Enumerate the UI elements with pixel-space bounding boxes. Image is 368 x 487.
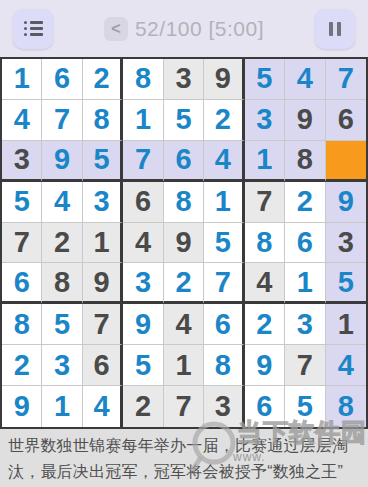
cell-r5c7[interactable]: 8 <box>245 223 285 264</box>
cell-r7c9[interactable]: 1 <box>326 304 366 345</box>
cell-r8c6[interactable]: 8 <box>204 345 244 386</box>
cell-r3c7[interactable]: 1 <box>245 141 285 182</box>
watermark-www-prefix: www. <box>233 450 266 464</box>
cell-r4c7[interactable]: 7 <box>245 182 285 223</box>
cell-r8c3[interactable]: 6 <box>83 345 123 386</box>
cell-r6c2[interactable]: 8 <box>42 263 82 304</box>
cell-r7c4[interactable]: 9 <box>123 304 163 345</box>
cell-r1c6[interactable]: 9 <box>204 59 244 100</box>
cell-r6c6[interactable]: 7 <box>204 263 244 304</box>
menu-button[interactable] <box>13 9 53 49</box>
cell-r3c1[interactable]: 3 <box>2 141 42 182</box>
cell-r8c1[interactable]: 2 <box>2 345 42 386</box>
cell-r9c1[interactable]: 9 <box>2 386 42 427</box>
cell-r1c4[interactable]: 8 <box>123 59 163 100</box>
cell-r4c6[interactable]: 1 <box>204 182 244 223</box>
watermark-site-name: 当下软件园 <box>237 416 367 449</box>
cell-r3c5[interactable]: 6 <box>164 141 204 182</box>
pause-button[interactable] <box>315 9 355 49</box>
cell-r5c1[interactable]: 7 <box>2 223 42 264</box>
cell-r9c4[interactable]: 2 <box>123 386 163 427</box>
sudoku-board: 1628395474781523963957641854368172972149… <box>0 57 368 429</box>
cell-r6c5[interactable]: 2 <box>164 263 204 304</box>
cell-r8c9[interactable]: 4 <box>326 345 366 386</box>
cell-r4c5[interactable]: 8 <box>164 182 204 223</box>
cell-r3c3[interactable]: 5 <box>83 141 123 182</box>
cell-r3c2[interactable]: 9 <box>42 141 82 182</box>
cell-r2c9[interactable]: 6 <box>326 100 366 141</box>
cell-r5c6[interactable]: 5 <box>204 223 244 264</box>
cell-r5c2[interactable]: 2 <box>42 223 82 264</box>
list-icon <box>24 21 43 36</box>
cell-r2c2[interactable]: 7 <box>42 100 82 141</box>
cell-r1c2[interactable]: 6 <box>42 59 82 100</box>
cell-r1c1[interactable]: 1 <box>2 59 42 100</box>
cell-r6c3[interactable]: 9 <box>83 263 123 304</box>
title-group: < 52/100 [5:00] <box>104 17 264 41</box>
cell-r9c2[interactable]: 1 <box>42 386 82 427</box>
cell-r5c4[interactable]: 4 <box>123 223 163 264</box>
cell-r5c5[interactable]: 9 <box>164 223 204 264</box>
cell-r4c4[interactable]: 6 <box>123 182 163 223</box>
cell-r7c2[interactable]: 5 <box>42 304 82 345</box>
cell-r4c1[interactable]: 5 <box>2 182 42 223</box>
cell-r5c3[interactable]: 1 <box>83 223 123 264</box>
cell-r1c9[interactable]: 7 <box>326 59 366 100</box>
back-button[interactable]: < <box>104 17 128 41</box>
cell-r3c6[interactable]: 4 <box>204 141 244 182</box>
cell-r6c1[interactable]: 6 <box>2 263 42 304</box>
cell-r6c7[interactable]: 4 <box>245 263 285 304</box>
cell-r7c6[interactable]: 6 <box>204 304 244 345</box>
magnifier-logo-icon <box>187 420 241 476</box>
cell-r2c1[interactable]: 4 <box>2 100 42 141</box>
watermark: 当下软件园 www. <box>185 412 368 482</box>
cell-r1c3[interactable]: 2 <box>83 59 123 100</box>
cell-r3c9[interactable] <box>326 141 366 182</box>
cell-r8c5[interactable]: 1 <box>164 345 204 386</box>
cell-r2c4[interactable]: 1 <box>123 100 163 141</box>
cell-r8c8[interactable]: 7 <box>285 345 325 386</box>
cell-r2c6[interactable]: 2 <box>204 100 244 141</box>
cell-r7c5[interactable]: 4 <box>164 304 204 345</box>
cell-r1c5[interactable]: 3 <box>164 59 204 100</box>
cell-r8c4[interactable]: 5 <box>123 345 163 386</box>
cell-r7c1[interactable]: 8 <box>2 304 42 345</box>
cell-r2c7[interactable]: 3 <box>245 100 285 141</box>
cell-r2c5[interactable]: 5 <box>164 100 204 141</box>
cell-r1c8[interactable]: 4 <box>285 59 325 100</box>
cell-r2c8[interactable]: 9 <box>285 100 325 141</box>
cell-r1c7[interactable]: 5 <box>245 59 285 100</box>
cell-r3c4[interactable]: 7 <box>123 141 163 182</box>
cell-r7c8[interactable]: 3 <box>285 304 325 345</box>
cell-r5c8[interactable]: 6 <box>285 223 325 264</box>
cell-r7c3[interactable]: 7 <box>83 304 123 345</box>
cell-r6c8[interactable]: 1 <box>285 263 325 304</box>
cell-r6c4[interactable]: 3 <box>123 263 163 304</box>
progress-timer-title: 52/100 [5:00] <box>135 17 264 41</box>
cell-r4c9[interactable]: 9 <box>326 182 366 223</box>
header-bar: < 52/100 [5:00] <box>0 0 368 57</box>
cell-r4c8[interactable]: 2 <box>285 182 325 223</box>
cell-r7c7[interactable]: 2 <box>245 304 285 345</box>
cell-r2c3[interactable]: 8 <box>83 100 123 141</box>
cell-r5c9[interactable]: 3 <box>326 223 366 264</box>
cell-r8c7[interactable]: 9 <box>245 345 285 386</box>
pause-icon <box>329 22 341 36</box>
cell-r8c2[interactable]: 3 <box>42 345 82 386</box>
cell-r6c9[interactable]: 5 <box>326 263 366 304</box>
cell-r4c3[interactable]: 3 <box>83 182 123 223</box>
cell-r3c8[interactable]: 8 <box>285 141 325 182</box>
cell-r4c2[interactable]: 4 <box>42 182 82 223</box>
sudoku-app: < 52/100 [5:00] 162839547478152396395764… <box>0 0 368 487</box>
cell-r9c3[interactable]: 4 <box>83 386 123 427</box>
